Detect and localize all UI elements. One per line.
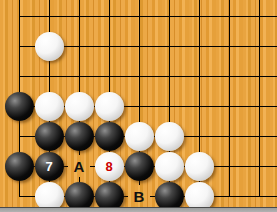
board-point[interactable] (124, 1, 154, 31)
white-stone (185, 152, 214, 181)
board-point[interactable] (244, 151, 274, 181)
board-point[interactable] (244, 1, 274, 31)
black-stone (35, 122, 64, 151)
board-point[interactable] (154, 91, 184, 121)
board-point[interactable] (94, 91, 124, 121)
board-point[interactable] (244, 121, 274, 151)
white-stone (65, 92, 94, 121)
black-stone (5, 92, 34, 121)
white-stone (155, 152, 184, 181)
board-point[interactable] (184, 151, 214, 181)
board-point[interactable] (64, 91, 94, 121)
board-point[interactable]: A (64, 151, 94, 181)
board-point[interactable] (154, 61, 184, 91)
board-point[interactable] (154, 1, 184, 31)
board-point[interactable] (4, 121, 34, 151)
window-bottom-border (0, 207, 277, 212)
black-stone (65, 122, 94, 151)
board-point[interactable] (214, 121, 244, 151)
white-stone (95, 92, 124, 121)
board-point[interactable] (94, 1, 124, 31)
board-point[interactable] (124, 121, 154, 151)
board-point[interactable] (4, 1, 34, 31)
board-point[interactable] (184, 121, 214, 151)
board-point[interactable] (214, 151, 244, 181)
board-point[interactable] (34, 1, 64, 31)
white-stone (35, 32, 64, 61)
board-point[interactable] (184, 91, 214, 121)
board-point[interactable]: 7 (34, 151, 64, 181)
board-point[interactable] (214, 1, 244, 31)
board-point[interactable] (64, 121, 94, 151)
board-point[interactable] (124, 151, 154, 181)
board-point[interactable] (244, 61, 274, 91)
move-number-label: 8 (95, 152, 124, 181)
board-point[interactable] (64, 31, 94, 61)
go-board: 7A8B (0, 0, 277, 212)
board-point[interactable] (184, 31, 214, 61)
board-point[interactable] (34, 121, 64, 151)
white-stone (35, 92, 64, 121)
board-point[interactable] (124, 91, 154, 121)
board-point[interactable] (34, 61, 64, 91)
board-point[interactable] (34, 91, 64, 121)
white-stone: 8 (95, 152, 124, 181)
board-point[interactable] (154, 151, 184, 181)
board-point[interactable] (154, 31, 184, 61)
board-point[interactable] (4, 151, 34, 181)
board-point[interactable] (184, 61, 214, 91)
point-letter-label: A (64, 151, 94, 181)
black-stone (5, 152, 34, 181)
move-number-label: 7 (35, 152, 64, 181)
board-point[interactable] (124, 61, 154, 91)
board-point[interactable] (34, 31, 64, 61)
board-point[interactable] (94, 61, 124, 91)
board-point[interactable] (64, 1, 94, 31)
black-stone (125, 152, 154, 181)
board-point[interactable] (154, 121, 184, 151)
black-stone: 7 (35, 152, 64, 181)
white-stone (125, 122, 154, 151)
board-point[interactable] (94, 121, 124, 151)
white-stone (155, 122, 184, 151)
board-point[interactable] (4, 61, 34, 91)
board-point[interactable] (94, 31, 124, 61)
board-point[interactable] (4, 31, 34, 61)
board-point[interactable]: 8 (94, 151, 124, 181)
board-point[interactable] (4, 91, 34, 121)
board-point[interactable] (214, 31, 244, 61)
board-grid: 7A8B (4, 1, 274, 211)
board-point[interactable] (64, 61, 94, 91)
board-point[interactable] (214, 91, 244, 121)
black-stone (95, 122, 124, 151)
board-point[interactable] (244, 91, 274, 121)
board-point[interactable] (184, 1, 214, 31)
board-point[interactable] (214, 61, 244, 91)
board-point[interactable] (244, 31, 274, 61)
board-point[interactable] (124, 31, 154, 61)
